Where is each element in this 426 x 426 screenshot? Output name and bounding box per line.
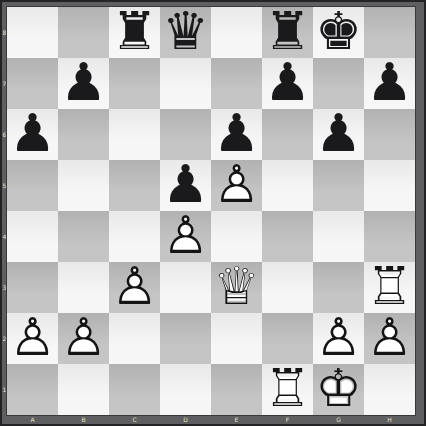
white-pawn-icon[interactable]: ♟♙: [58, 313, 109, 364]
chess-board: ♜♛♜♚♟♟♟♟♟♟♟♟♙♟♙♟♙♛♕♜♖♟♙♟♙♟♙♟♙♜♖♚♔: [7, 7, 415, 415]
square-d8[interactable]: ♛: [160, 7, 211, 58]
black-queen-icon[interactable]: ♛: [160, 7, 211, 58]
file-label-c: C: [109, 415, 160, 424]
square-c5[interactable]: [109, 160, 160, 211]
square-g6[interactable]: ♟: [313, 109, 364, 160]
square-c2[interactable]: [109, 313, 160, 364]
black-rook-icon[interactable]: ♜: [262, 7, 313, 58]
black-pawn-icon[interactable]: ♟: [7, 109, 58, 160]
square-h6[interactable]: [364, 109, 415, 160]
square-a3[interactable]: [7, 262, 58, 313]
square-h8[interactable]: [364, 7, 415, 58]
black-rook-icon[interactable]: ♜: [109, 7, 160, 58]
white-pawn-icon[interactable]: ♟♙: [109, 262, 160, 313]
square-h7[interactable]: ♟: [364, 58, 415, 109]
square-c4[interactable]: [109, 211, 160, 262]
square-g5[interactable]: [313, 160, 364, 211]
square-b5[interactable]: [58, 160, 109, 211]
square-f4[interactable]: [262, 211, 313, 262]
square-a8[interactable]: [7, 7, 58, 58]
white-pawn-icon[interactable]: ♟♙: [211, 160, 262, 211]
square-f7[interactable]: ♟: [262, 58, 313, 109]
file-label-g: G: [313, 415, 364, 424]
square-e2[interactable]: [211, 313, 262, 364]
file-label-b: B: [58, 415, 109, 424]
square-d5[interactable]: ♟: [160, 160, 211, 211]
square-g1[interactable]: ♚♔: [313, 364, 364, 415]
square-f1[interactable]: ♜♖: [262, 364, 313, 415]
square-b3[interactable]: [58, 262, 109, 313]
square-c1[interactable]: [109, 364, 160, 415]
square-c8[interactable]: ♜: [109, 7, 160, 58]
square-f3[interactable]: [262, 262, 313, 313]
white-queen-icon[interactable]: ♛♕: [211, 262, 262, 313]
white-pawn-icon[interactable]: ♟♙: [313, 313, 364, 364]
chess-board-frame: 87654321 ♜♛♜♚♟♟♟♟♟♟♟♟♙♟♙♟♙♛♕♜♖♟♙♟♙♟♙♟♙♜♖…: [0, 0, 426, 426]
black-pawn-icon[interactable]: ♟: [313, 109, 364, 160]
black-pawn-icon[interactable]: ♟: [211, 109, 262, 160]
square-e4[interactable]: [211, 211, 262, 262]
black-pawn-icon[interactable]: ♟: [262, 58, 313, 109]
square-h2[interactable]: ♟♙: [364, 313, 415, 364]
file-label-a: A: [7, 415, 58, 424]
square-g3[interactable]: [313, 262, 364, 313]
white-pawn-icon[interactable]: ♟♙: [7, 313, 58, 364]
white-rook-icon[interactable]: ♜♖: [262, 364, 313, 415]
square-d2[interactable]: [160, 313, 211, 364]
square-e3[interactable]: ♛♕: [211, 262, 262, 313]
black-king-icon[interactable]: ♚: [313, 7, 364, 58]
square-h3[interactable]: ♜♖: [364, 262, 415, 313]
square-b6[interactable]: [58, 109, 109, 160]
file-labels: ABCDEFGH: [7, 415, 415, 424]
file-label-e: E: [211, 415, 262, 424]
white-pawn-icon[interactable]: ♟♙: [364, 313, 415, 364]
file-label-f: F: [262, 415, 313, 424]
white-king-icon[interactable]: ♚♔: [313, 364, 364, 415]
square-c6[interactable]: [109, 109, 160, 160]
white-rook-icon[interactable]: ♜♖: [364, 262, 415, 313]
square-c3[interactable]: ♟♙: [109, 262, 160, 313]
square-a2[interactable]: ♟♙: [7, 313, 58, 364]
square-h5[interactable]: [364, 160, 415, 211]
square-a7[interactable]: [7, 58, 58, 109]
square-b7[interactable]: ♟: [58, 58, 109, 109]
square-d1[interactable]: [160, 364, 211, 415]
square-f2[interactable]: [262, 313, 313, 364]
black-pawn-icon[interactable]: ♟: [364, 58, 415, 109]
square-d4[interactable]: ♟♙: [160, 211, 211, 262]
square-c7[interactable]: [109, 58, 160, 109]
square-e8[interactable]: [211, 7, 262, 58]
square-a4[interactable]: [7, 211, 58, 262]
square-e1[interactable]: [211, 364, 262, 415]
square-g8[interactable]: ♚: [313, 7, 364, 58]
square-h4[interactable]: [364, 211, 415, 262]
square-b1[interactable]: [58, 364, 109, 415]
square-e6[interactable]: ♟: [211, 109, 262, 160]
square-a5[interactable]: [7, 160, 58, 211]
square-e7[interactable]: [211, 58, 262, 109]
file-label-h: H: [364, 415, 415, 424]
square-f6[interactable]: [262, 109, 313, 160]
square-b2[interactable]: ♟♙: [58, 313, 109, 364]
square-e5[interactable]: ♟♙: [211, 160, 262, 211]
square-f5[interactable]: [262, 160, 313, 211]
square-g4[interactable]: [313, 211, 364, 262]
square-b8[interactable]: [58, 7, 109, 58]
square-f8[interactable]: ♜: [262, 7, 313, 58]
square-a6[interactable]: ♟: [7, 109, 58, 160]
square-d7[interactable]: [160, 58, 211, 109]
square-d6[interactable]: [160, 109, 211, 160]
black-pawn-icon[interactable]: ♟: [160, 160, 211, 211]
square-b4[interactable]: [58, 211, 109, 262]
square-a1[interactable]: [7, 364, 58, 415]
black-pawn-icon[interactable]: ♟: [58, 58, 109, 109]
square-h1[interactable]: [364, 364, 415, 415]
square-g2[interactable]: ♟♙: [313, 313, 364, 364]
square-d3[interactable]: [160, 262, 211, 313]
square-g7[interactable]: [313, 58, 364, 109]
file-label-d: D: [160, 415, 211, 424]
white-pawn-icon[interactable]: ♟♙: [160, 211, 211, 262]
